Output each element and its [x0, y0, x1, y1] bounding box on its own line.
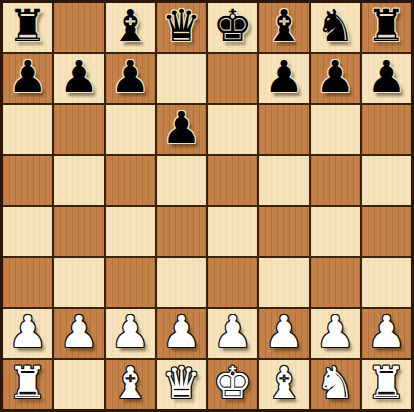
square-h7[interactable]: ♟: [362, 54, 411, 103]
piece-white-pawn[interactable]: ♟: [110, 310, 149, 354]
square-d1[interactable]: ♛: [157, 360, 206, 409]
square-a2[interactable]: ♟: [3, 309, 52, 358]
square-c4[interactable]: [106, 207, 155, 256]
square-c1[interactable]: ♝: [106, 360, 155, 409]
square-d8[interactable]: ♛: [157, 3, 206, 52]
square-g4[interactable]: [311, 207, 360, 256]
piece-white-pawn[interactable]: ♟: [59, 310, 98, 354]
square-a3[interactable]: [3, 258, 52, 307]
square-h8[interactable]: ♜: [362, 3, 411, 52]
square-b6[interactable]: [54, 105, 103, 154]
square-a4[interactable]: [3, 207, 52, 256]
piece-white-pawn[interactable]: ♟: [162, 310, 201, 354]
square-d7[interactable]: [157, 54, 206, 103]
square-g7[interactable]: ♟: [311, 54, 360, 103]
square-h3[interactable]: [362, 258, 411, 307]
square-d5[interactable]: [157, 156, 206, 205]
square-c7[interactable]: ♟: [106, 54, 155, 103]
square-a5[interactable]: [3, 156, 52, 205]
square-f4[interactable]: [259, 207, 308, 256]
piece-white-pawn[interactable]: ♟: [264, 310, 303, 354]
square-b5[interactable]: [54, 156, 103, 205]
square-f2[interactable]: ♟: [259, 309, 308, 358]
square-b3[interactable]: [54, 258, 103, 307]
piece-white-queen[interactable]: ♛: [162, 361, 201, 405]
square-e6[interactable]: [208, 105, 257, 154]
piece-black-rook[interactable]: ♜: [367, 4, 406, 48]
piece-white-knight[interactable]: ♞: [315, 361, 354, 405]
piece-white-pawn[interactable]: ♟: [8, 310, 47, 354]
square-c6[interactable]: [106, 105, 155, 154]
square-g1[interactable]: ♞: [311, 360, 360, 409]
square-b4[interactable]: [54, 207, 103, 256]
square-c3[interactable]: [106, 258, 155, 307]
square-e2[interactable]: ♟: [208, 309, 257, 358]
piece-black-pawn[interactable]: ♟: [264, 55, 303, 99]
square-a6[interactable]: [3, 105, 52, 154]
square-e1[interactable]: ♚: [208, 360, 257, 409]
square-d2[interactable]: ♟: [157, 309, 206, 358]
square-f8[interactable]: ♝: [259, 3, 308, 52]
square-b7[interactable]: ♟: [54, 54, 103, 103]
square-a7[interactable]: ♟: [3, 54, 52, 103]
square-a1[interactable]: ♜: [3, 360, 52, 409]
square-g6[interactable]: [311, 105, 360, 154]
piece-black-pawn[interactable]: ♟: [315, 55, 354, 99]
piece-black-bishop[interactable]: ♝: [110, 4, 149, 48]
piece-white-pawn[interactable]: ♟: [213, 310, 252, 354]
square-d4[interactable]: [157, 207, 206, 256]
square-b2[interactable]: ♟: [54, 309, 103, 358]
square-g2[interactable]: ♟: [311, 309, 360, 358]
square-f1[interactable]: ♝: [259, 360, 308, 409]
square-d6[interactable]: ♟: [157, 105, 206, 154]
square-a8[interactable]: ♜: [3, 3, 52, 52]
piece-white-bishop[interactable]: ♝: [110, 361, 149, 405]
square-e8[interactable]: ♚: [208, 3, 257, 52]
piece-black-knight[interactable]: ♞: [315, 4, 354, 48]
square-e3[interactable]: [208, 258, 257, 307]
chess-board: ♜♝♛♚♝♞♜♟♟♟♟♟♟♟♟♟♟♟♟♟♟♟♜♝♛♚♝♞♜: [0, 0, 414, 412]
square-h2[interactable]: ♟: [362, 309, 411, 358]
square-g8[interactable]: ♞: [311, 3, 360, 52]
piece-black-pawn[interactable]: ♟: [59, 55, 98, 99]
square-g5[interactable]: [311, 156, 360, 205]
square-g3[interactable]: [311, 258, 360, 307]
square-f6[interactable]: [259, 105, 308, 154]
piece-white-pawn[interactable]: ♟: [315, 310, 354, 354]
piece-white-king[interactable]: ♚: [213, 361, 252, 405]
piece-black-pawn[interactable]: ♟: [162, 106, 201, 150]
square-f7[interactable]: ♟: [259, 54, 308, 103]
square-d3[interactable]: [157, 258, 206, 307]
piece-white-pawn[interactable]: ♟: [367, 310, 406, 354]
piece-black-bishop[interactable]: ♝: [264, 4, 303, 48]
piece-white-rook[interactable]: ♜: [8, 361, 47, 405]
square-f5[interactable]: [259, 156, 308, 205]
square-b8[interactable]: [54, 3, 103, 52]
square-c8[interactable]: ♝: [106, 3, 155, 52]
square-c5[interactable]: [106, 156, 155, 205]
piece-black-rook[interactable]: ♜: [8, 4, 47, 48]
square-c2[interactable]: ♟: [106, 309, 155, 358]
chess-board-container: ♜♝♛♚♝♞♜♟♟♟♟♟♟♟♟♟♟♟♟♟♟♟♜♝♛♚♝♞♜: [0, 0, 414, 412]
square-e7[interactable]: [208, 54, 257, 103]
piece-black-king[interactable]: ♚: [213, 4, 252, 48]
square-e5[interactable]: [208, 156, 257, 205]
piece-white-bishop[interactable]: ♝: [264, 361, 303, 405]
square-b1[interactable]: [54, 360, 103, 409]
piece-black-queen[interactable]: ♛: [162, 4, 201, 48]
square-h4[interactable]: [362, 207, 411, 256]
piece-black-pawn[interactable]: ♟: [110, 55, 149, 99]
square-f3[interactable]: [259, 258, 308, 307]
piece-white-rook[interactable]: ♜: [367, 361, 406, 405]
square-h1[interactable]: ♜: [362, 360, 411, 409]
square-e4[interactable]: [208, 207, 257, 256]
square-h6[interactable]: [362, 105, 411, 154]
square-h5[interactable]: [362, 156, 411, 205]
piece-black-pawn[interactable]: ♟: [367, 55, 406, 99]
piece-black-pawn[interactable]: ♟: [8, 55, 47, 99]
